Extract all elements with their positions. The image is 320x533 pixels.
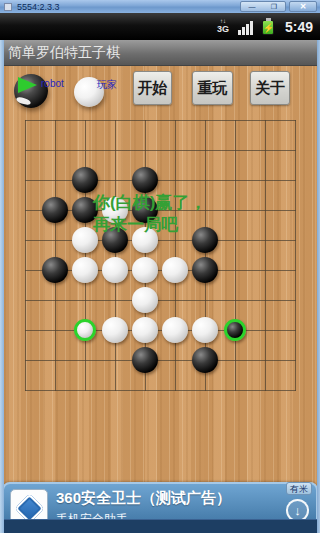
stone-black [192, 347, 218, 373]
minimize-icon[interactable]: — [241, 2, 263, 11]
app-title: 简单罗伯特五子棋 [0, 40, 320, 66]
stone-black [72, 167, 98, 193]
window-title: 5554:2.3.3 [17, 1, 60, 13]
ad-title: 360安全卫士（测试广告） [56, 489, 231, 508]
emulator-window: 5554:2.3.3 — ❐ ✕ ↑↓ 3G ⚡ 5:49 简单罗伯特五子棋 r… [0, 0, 320, 533]
game-area: robot 玩家 开始 重玩 关于 你(白棋)赢了， 再来一局吧 360安全卫士… [0, 66, 320, 533]
turn-flag-icon [18, 77, 37, 93]
win-message: 你(白棋)赢了， 再来一局吧 [93, 192, 206, 236]
stone-white [72, 257, 98, 283]
gomoku-board[interactable] [25, 120, 296, 391]
window-titlebar: 5554:2.3.3 — ❐ ✕ [0, 0, 320, 13]
stone-black [42, 197, 68, 223]
network-3g-icon: ↑↓ 3G [217, 18, 229, 34]
about-button[interactable]: 关于 [250, 71, 290, 105]
stone-white [132, 287, 158, 313]
win-message-line1: 你(白棋)赢了， [93, 192, 206, 214]
stone-black [132, 347, 158, 373]
signal-strength-icon [238, 21, 253, 35]
stone-white [102, 317, 128, 343]
stone-white [102, 257, 128, 283]
stone-white [132, 317, 158, 343]
window-frame-left [0, 40, 4, 533]
stone-black [42, 257, 68, 283]
stone-white [162, 317, 188, 343]
stone-white [192, 317, 218, 343]
win-message-line2: 再来一局吧 [93, 214, 206, 236]
stone-black [132, 167, 158, 193]
stone-white [132, 257, 158, 283]
robot-label: robot [41, 78, 64, 89]
stone-white [162, 257, 188, 283]
replay-button[interactable]: 重玩 [192, 71, 233, 105]
window-app-icon [4, 3, 12, 11]
stones-layer[interactable] [10, 105, 310, 405]
android-status-bar: ↑↓ 3G ⚡ 5:49 [0, 13, 320, 40]
close-icon[interactable]: ✕ [289, 1, 317, 12]
stone-black [224, 319, 246, 341]
maximize-icon[interactable]: ❐ [263, 2, 285, 11]
battery-charging-icon: ⚡ [262, 20, 274, 35]
start-button[interactable]: 开始 [133, 71, 172, 105]
ad-network-tag: 有米 [286, 482, 312, 495]
stone-white [74, 319, 96, 341]
player-label: 玩家 [97, 78, 117, 92]
stone-black [192, 257, 218, 283]
window-button-group[interactable]: — ❐ [240, 1, 286, 12]
bottom-strip [0, 519, 320, 533]
clock-text: 5:49 [285, 19, 313, 35]
